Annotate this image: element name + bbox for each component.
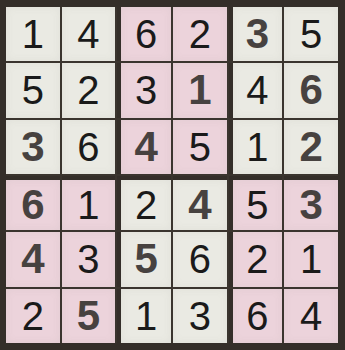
cell-r6c6[interactable]: 4 bbox=[284, 289, 338, 343]
cell-r2c2[interactable]: 2 bbox=[62, 63, 116, 117]
cell-r2c6[interactable]: 6 bbox=[284, 63, 338, 117]
cell-r4c3[interactable]: 2 bbox=[117, 176, 171, 230]
cell-r4c2[interactable]: 1 bbox=[62, 176, 116, 230]
cell-r4c4[interactable]: 4 bbox=[173, 176, 227, 230]
cell-r4c6[interactable]: 3 bbox=[284, 176, 338, 230]
cell-r1c5[interactable]: 3 bbox=[229, 7, 283, 61]
cell-r5c5[interactable]: 2 bbox=[229, 232, 283, 286]
cell-r6c1[interactable]: 2 bbox=[6, 289, 60, 343]
cell-r1c6[interactable]: 5 bbox=[284, 7, 338, 61]
cell-r1c3[interactable]: 6 bbox=[117, 7, 171, 61]
cell-r2c1[interactable]: 5 bbox=[6, 63, 60, 117]
cell-r5c2[interactable]: 3 bbox=[62, 232, 116, 286]
cell-r5c1[interactable]: 4 bbox=[6, 232, 60, 286]
cell-r1c1[interactable]: 1 bbox=[6, 7, 60, 61]
cell-r2c3[interactable]: 3 bbox=[117, 63, 171, 117]
cell-r5c3[interactable]: 5 bbox=[117, 232, 171, 286]
cell-r5c6[interactable]: 1 bbox=[284, 232, 338, 286]
cell-r6c3[interactable]: 1 bbox=[117, 289, 171, 343]
cell-r5c4[interactable]: 6 bbox=[173, 232, 227, 286]
cell-r3c1[interactable]: 3 bbox=[6, 120, 60, 174]
cell-r3c5[interactable]: 1 bbox=[229, 120, 283, 174]
cell-r6c5[interactable]: 6 bbox=[229, 289, 283, 343]
cell-r3c3[interactable]: 4 bbox=[117, 120, 171, 174]
cell-r2c5[interactable]: 4 bbox=[229, 63, 283, 117]
sudoku-grid: 146235523146364512612453435621251364 bbox=[6, 7, 338, 343]
sudoku-board: 146235523146364512612453435621251364 bbox=[0, 0, 345, 350]
cell-r2c4[interactable]: 1 bbox=[173, 63, 227, 117]
cell-r6c2[interactable]: 5 bbox=[62, 289, 116, 343]
cell-r1c2[interactable]: 4 bbox=[62, 7, 116, 61]
cell-r4c1[interactable]: 6 bbox=[6, 176, 60, 230]
cell-r4c5[interactable]: 5 bbox=[229, 176, 283, 230]
cell-r6c4[interactable]: 3 bbox=[173, 289, 227, 343]
cell-r1c4[interactable]: 2 bbox=[173, 7, 227, 61]
cell-r3c4[interactable]: 5 bbox=[173, 120, 227, 174]
cell-r3c6[interactable]: 2 bbox=[284, 120, 338, 174]
cell-r3c2[interactable]: 6 bbox=[62, 120, 116, 174]
